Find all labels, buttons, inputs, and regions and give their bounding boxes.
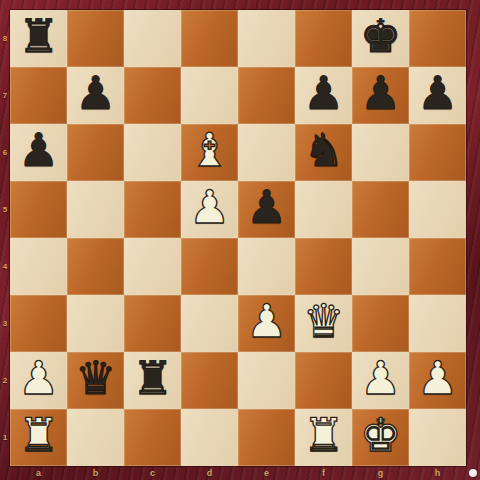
square-b8[interactable] <box>67 10 124 67</box>
square-e4[interactable] <box>238 238 295 295</box>
piece-black-pawn[interactable]: ♟ <box>303 65 344 122</box>
file-label-b: b <box>67 466 124 480</box>
square-a6[interactable]: ♟ <box>10 124 67 181</box>
side-to-move-indicator <box>469 469 477 477</box>
square-f8[interactable] <box>295 10 352 67</box>
piece-white-queen[interactable]: ♛ <box>303 293 344 350</box>
square-f7[interactable]: ♟ <box>295 67 352 124</box>
square-e3[interactable]: ♟ <box>238 295 295 352</box>
square-h8[interactable] <box>409 10 466 67</box>
rank-label-8: 8 <box>0 10 10 67</box>
square-g2[interactable]: ♟ <box>352 352 409 409</box>
square-h2[interactable]: ♟ <box>409 352 466 409</box>
square-b5[interactable] <box>67 181 124 238</box>
square-h5[interactable] <box>409 181 466 238</box>
square-a5[interactable] <box>10 181 67 238</box>
square-f2[interactable] <box>295 352 352 409</box>
piece-white-rook[interactable]: ♜ <box>303 407 344 464</box>
square-c2[interactable]: ♜ <box>124 352 181 409</box>
square-e1[interactable] <box>238 409 295 466</box>
square-f4[interactable] <box>295 238 352 295</box>
file-label-g: g <box>352 466 409 480</box>
square-g3[interactable] <box>352 295 409 352</box>
square-d6[interactable]: ♝ <box>181 124 238 181</box>
piece-black-pawn[interactable]: ♟ <box>75 65 116 122</box>
square-c7[interactable] <box>124 67 181 124</box>
square-d2[interactable] <box>181 352 238 409</box>
file-label-d: d <box>181 466 238 480</box>
piece-black-pawn[interactable]: ♟ <box>360 65 401 122</box>
square-d8[interactable] <box>181 10 238 67</box>
rank-label-2: 2 <box>0 352 10 409</box>
piece-black-queen[interactable]: ♛ <box>75 350 116 407</box>
square-a7[interactable] <box>10 67 67 124</box>
square-c1[interactable] <box>124 409 181 466</box>
file-label-a: a <box>10 466 67 480</box>
file-label-f: f <box>295 466 352 480</box>
rank-label-7: 7 <box>0 67 10 124</box>
square-g5[interactable] <box>352 181 409 238</box>
piece-black-knight[interactable]: ♞ <box>303 122 344 179</box>
square-h6[interactable] <box>409 124 466 181</box>
rank-label-5: 5 <box>0 181 10 238</box>
rank-label-6: 6 <box>0 124 10 181</box>
square-h4[interactable] <box>409 238 466 295</box>
square-b2[interactable]: ♛ <box>67 352 124 409</box>
piece-black-pawn[interactable]: ♟ <box>246 179 287 236</box>
square-g6[interactable] <box>352 124 409 181</box>
square-b4[interactable] <box>67 238 124 295</box>
square-c4[interactable] <box>124 238 181 295</box>
rank-label-3: 3 <box>0 295 10 352</box>
square-b7[interactable]: ♟ <box>67 67 124 124</box>
square-a4[interactable] <box>10 238 67 295</box>
file-label-c: c <box>124 466 181 480</box>
piece-white-pawn[interactable]: ♟ <box>189 179 230 236</box>
file-label-e: e <box>238 466 295 480</box>
piece-black-rook[interactable]: ♜ <box>18 8 59 65</box>
piece-white-bishop[interactable]: ♝ <box>189 122 230 179</box>
square-h3[interactable] <box>409 295 466 352</box>
piece-black-rook[interactable]: ♜ <box>132 350 173 407</box>
piece-white-rook[interactable]: ♜ <box>18 407 59 464</box>
square-d1[interactable] <box>181 409 238 466</box>
square-c6[interactable] <box>124 124 181 181</box>
square-e7[interactable] <box>238 67 295 124</box>
piece-white-pawn[interactable]: ♟ <box>18 350 59 407</box>
square-h1[interactable] <box>409 409 466 466</box>
square-f3[interactable]: ♛ <box>295 295 352 352</box>
square-g7[interactable]: ♟ <box>352 67 409 124</box>
square-f1[interactable]: ♜ <box>295 409 352 466</box>
square-g8[interactable]: ♚ <box>352 10 409 67</box>
piece-black-pawn[interactable]: ♟ <box>18 122 59 179</box>
square-c5[interactable] <box>124 181 181 238</box>
square-a8[interactable]: ♜ <box>10 10 67 67</box>
square-f6[interactable]: ♞ <box>295 124 352 181</box>
square-d7[interactable] <box>181 67 238 124</box>
piece-white-pawn[interactable]: ♟ <box>417 350 458 407</box>
square-c3[interactable] <box>124 295 181 352</box>
square-d4[interactable] <box>181 238 238 295</box>
square-a2[interactable]: ♟ <box>10 352 67 409</box>
square-b6[interactable] <box>67 124 124 181</box>
piece-white-pawn[interactable]: ♟ <box>246 293 287 350</box>
square-b3[interactable] <box>67 295 124 352</box>
square-h7[interactable]: ♟ <box>409 67 466 124</box>
square-g1[interactable]: ♚ <box>352 409 409 466</box>
piece-white-king[interactable]: ♚ <box>360 407 401 464</box>
square-f5[interactable] <box>295 181 352 238</box>
file-label-h: h <box>409 466 466 480</box>
piece-black-pawn[interactable]: ♟ <box>417 65 458 122</box>
square-g4[interactable] <box>352 238 409 295</box>
square-c8[interactable] <box>124 10 181 67</box>
square-b1[interactable] <box>67 409 124 466</box>
square-e5[interactable]: ♟ <box>238 181 295 238</box>
square-e6[interactable] <box>238 124 295 181</box>
piece-white-pawn[interactable]: ♟ <box>360 350 401 407</box>
rank-label-1: 1 <box>0 409 10 466</box>
square-a3[interactable] <box>10 295 67 352</box>
board-frame: ♜♚♟♟♟♟♟♝♞♟♟♟♛♟♛♜♟♟♜♜♚ 87654321 abcdefgh <box>0 0 480 480</box>
chess-board: ♜♚♟♟♟♟♟♝♞♟♟♟♛♟♛♜♟♟♜♜♚ <box>10 10 466 466</box>
square-a1[interactable]: ♜ <box>10 409 67 466</box>
square-d5[interactable]: ♟ <box>181 181 238 238</box>
square-d3[interactable] <box>181 295 238 352</box>
square-e2[interactable] <box>238 352 295 409</box>
piece-black-king[interactable]: ♚ <box>360 8 401 65</box>
square-e8[interactable] <box>238 10 295 67</box>
rank-label-4: 4 <box>0 238 10 295</box>
